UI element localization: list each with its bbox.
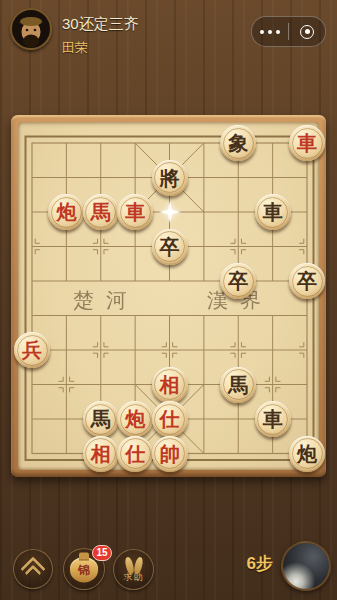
piece-character: 車	[263, 409, 283, 429]
help-button[interactable]: 求助	[113, 549, 154, 590]
menu-button[interactable]	[13, 549, 53, 589]
piece-character: 炮	[297, 444, 317, 464]
piece-character: 卒	[297, 271, 317, 291]
piece-character: 車	[125, 202, 145, 222]
bag-character: 锦	[78, 562, 90, 579]
piece-black-馬[interactable]: 馬	[220, 367, 256, 403]
piece-red-仕[interactable]: 仕	[152, 401, 188, 437]
opponent-name: 田荣	[62, 39, 139, 57]
piece-red-帥[interactable]: 帥	[152, 436, 188, 472]
piece-red-兵[interactable]: 兵	[14, 332, 50, 368]
piece-black-卒[interactable]: 卒	[152, 229, 188, 265]
piece-character: 卒	[228, 271, 248, 291]
piece-character: 卒	[160, 237, 180, 257]
piece-red-仕[interactable]: 仕	[117, 436, 153, 472]
piece-black-將[interactable]: 將	[152, 160, 188, 196]
piece-red-相[interactable]: 相	[83, 436, 119, 472]
more-icon[interactable]	[252, 30, 288, 34]
wechat-capsule	[251, 16, 326, 47]
piece-character: 馬	[228, 375, 248, 395]
help-label: 求助	[114, 571, 153, 584]
piece-character: 車	[263, 202, 283, 222]
hint-count-badge: 15	[92, 545, 112, 561]
piece-black-馬[interactable]: 馬	[83, 401, 119, 437]
piece-black-車[interactable]: 車	[255, 401, 291, 437]
opponent-avatar[interactable]	[281, 541, 331, 591]
river-label-chu: 楚河	[73, 287, 139, 314]
piece-red-車[interactable]: 車	[117, 194, 153, 230]
piece-character: 馬	[91, 202, 111, 222]
exit-circle-icon[interactable]	[289, 25, 325, 39]
xiangqi-board[interactable]: 楚河 漢界 象車將炮馬車車卒卒卒兵相馬馬炮仕車相仕帥炮	[11, 115, 326, 477]
piece-character: 相	[160, 375, 180, 395]
piece-red-車[interactable]: 車	[289, 125, 325, 161]
player-portrait-icon	[10, 8, 52, 50]
piece-black-炮[interactable]: 炮	[289, 436, 325, 472]
piece-character: 仕	[125, 444, 145, 464]
money-bag-icon: 锦	[70, 558, 98, 583]
piece-black-卒[interactable]: 卒	[220, 263, 256, 299]
level-title: 30还定三齐	[62, 15, 139, 34]
piece-character: 馬	[91, 409, 111, 429]
piece-character: 象	[228, 133, 248, 153]
piece-black-象[interactable]: 象	[220, 125, 256, 161]
app-screen: 30还定三齐 田荣 楚河 漢界 象車將炮馬車車卒卒卒兵相馬馬炮仕車相仕帥炮	[0, 0, 337, 600]
piece-character: 炮	[125, 409, 145, 429]
piece-red-相[interactable]: 相	[152, 367, 188, 403]
piece-black-卒[interactable]: 卒	[289, 263, 325, 299]
piece-character: 帥	[160, 444, 180, 464]
player-avatar[interactable]	[10, 8, 52, 50]
piece-character: 將	[160, 168, 180, 188]
steps-counter: 6步	[247, 552, 273, 575]
piece-character: 相	[91, 444, 111, 464]
piece-character: 仕	[160, 409, 180, 429]
piece-character: 兵	[22, 340, 42, 360]
piece-black-車[interactable]: 車	[255, 194, 291, 230]
hint-bag-button[interactable]: 锦 15	[63, 548, 105, 590]
top-bar: 30还定三齐 田荣	[0, 0, 337, 60]
piece-red-炮[interactable]: 炮	[117, 401, 153, 437]
piece-character: 炮	[56, 202, 76, 222]
piece-red-馬[interactable]: 馬	[83, 194, 119, 230]
piece-character: 車	[297, 133, 317, 153]
